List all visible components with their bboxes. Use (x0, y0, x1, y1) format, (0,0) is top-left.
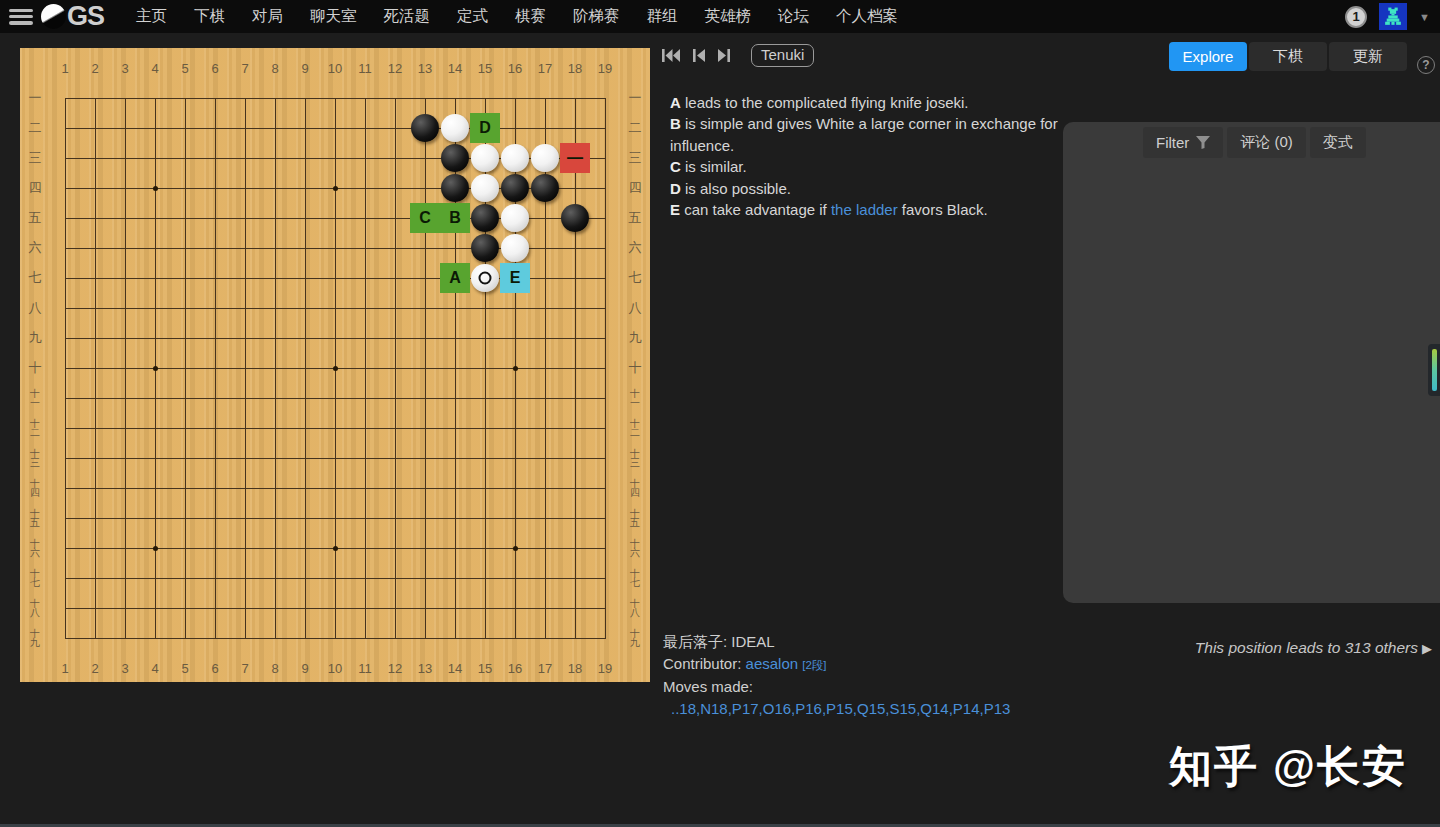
nav-menu: 主页下棋对局聊天室死活题定式棋赛阶梯赛群组英雄榜论坛个人档案 (136, 6, 898, 27)
coord-row-label: 十二 (629, 419, 641, 437)
ladder-link[interactable]: the ladder (831, 201, 898, 218)
nav-item-6[interactable]: 棋赛 (515, 6, 546, 27)
coord-row-label: 四 (629, 179, 642, 197)
coord-col-label: 19 (598, 61, 612, 76)
grid-hline (65, 398, 606, 399)
coord-col-label: 18 (568, 61, 582, 76)
star-point (333, 546, 338, 551)
coord-row-label: 六 (629, 239, 642, 257)
grid-vline (365, 98, 366, 639)
coord-row-label: 七 (629, 269, 642, 287)
coord-col-label: 8 (271, 661, 278, 676)
black-stone-O16 (441, 174, 469, 202)
coord-row-label: 三 (29, 149, 42, 167)
mini-scrollbar[interactable] (1428, 344, 1440, 396)
explanation-line-E: E can take advantage if the ladder favor… (670, 199, 1094, 220)
coord-col-label: 7 (241, 661, 248, 676)
grid-hline (65, 578, 606, 579)
coord-row-label: 十九 (29, 629, 41, 647)
coord-col-label: 12 (388, 661, 402, 676)
coord-col-label: 16 (508, 61, 522, 76)
coord-row-label: 十四 (29, 479, 41, 497)
coord-col-label: 5 (181, 661, 188, 676)
black-stone-R16 (531, 174, 559, 202)
coord-row-label: 十 (629, 359, 642, 377)
coord-col-label: 17 (538, 61, 552, 76)
coord-row-label: 一 (629, 89, 642, 107)
coord-row-label: 六 (29, 239, 42, 257)
coord-col-label: 17 (538, 661, 552, 676)
expand-arrow-icon: ▶ (1422, 641, 1432, 656)
star-point (513, 366, 518, 371)
contributor-link[interactable]: aesalon (746, 655, 799, 672)
white-stone-P13 (471, 264, 499, 292)
grid-vline (605, 98, 606, 639)
coord-row-label: 十一 (629, 389, 641, 407)
white-stone-Q14 (501, 234, 529, 262)
scrollbar-thumb (1432, 349, 1437, 391)
explanation-line-C: C is similar. (670, 156, 1094, 177)
coord-col-label: 14 (448, 661, 462, 676)
move-controls: Tenuki (662, 44, 814, 67)
coord-row-label: 八 (29, 299, 42, 317)
comments-tab[interactable]: 评论 (0) (1227, 127, 1306, 158)
panel-tabs: Filter 评论 (0) 变式 (1143, 127, 1366, 158)
nav-right-group: 1 ▼ (1345, 0, 1430, 33)
explore-button[interactable]: Explore (1169, 42, 1247, 71)
explanation-line-B: B is simple and gives White a large corn… (670, 113, 1094, 156)
coord-row-label: 十七 (29, 569, 41, 587)
coord-col-label: 3 (121, 61, 128, 76)
coord-col-label: 1 (61, 661, 68, 676)
hamburger-menu-icon[interactable] (9, 9, 33, 25)
watermark: 知乎 @长安 (1169, 738, 1407, 796)
leads-to-line[interactable]: This position leads to 313 others▶ (1195, 639, 1432, 657)
star-point (153, 546, 158, 551)
nav-item-9[interactable]: 英雄榜 (705, 6, 752, 27)
coord-col-label: 6 (211, 661, 218, 676)
coord-row-label: 二 (29, 119, 42, 137)
contributor-line: Contributor: aesalon [2段] (663, 653, 1010, 677)
variation-marker-B[interactable]: B (440, 203, 470, 233)
ogs-logo[interactable]: GS (41, 1, 104, 32)
joseki-explanation: A leads to the complicated flying knife … (670, 92, 1094, 220)
star-point (153, 186, 158, 191)
white-stone-R17 (531, 144, 559, 172)
position-info: 最后落子: IDEAL Contributor: aesalon [2段] Mo… (663, 631, 1010, 719)
nav-item-8[interactable]: 群组 (647, 6, 678, 27)
coord-row-label: 三 (629, 149, 642, 167)
variation-marker-D[interactable]: D (470, 113, 500, 143)
nav-item-4[interactable]: 死活题 (384, 6, 431, 27)
next-move-button[interactable] (718, 48, 730, 63)
grid-hline (65, 638, 606, 639)
nav-item-0[interactable]: 主页 (136, 6, 167, 27)
coord-col-label: 9 (301, 661, 308, 676)
explanation-line-D: D is also possible. (670, 178, 1094, 199)
black-stone-P15 (471, 204, 499, 232)
black-stone-N18 (411, 114, 439, 142)
coord-row-label: 十四 (629, 479, 641, 497)
coord-col-label: 16 (508, 661, 522, 676)
coord-row-label: 十六 (629, 539, 641, 557)
coord-col-label: 6 (211, 61, 218, 76)
go-stone-logo-icon (41, 4, 66, 29)
nav-item-11[interactable]: 个人档案 (836, 6, 898, 27)
user-avatar[interactable] (1379, 3, 1407, 30)
comments-panel: Filter 评论 (0) 变式 (1063, 122, 1440, 603)
logo-text: GS (67, 1, 104, 32)
coord-row-label: 十二 (29, 419, 41, 437)
coord-row-label: 二 (629, 119, 642, 137)
star-point (513, 546, 518, 551)
nav-item-5[interactable]: 定式 (457, 6, 488, 27)
top-navbar: GS 主页下棋对局聊天室死活题定式棋赛阶梯赛群组英雄榜论坛个人档案 1 ▼ (0, 0, 1440, 33)
star-point (153, 366, 158, 371)
last-move-marker (479, 272, 492, 285)
black-stone-S15 (561, 204, 589, 232)
coord-col-label: 15 (478, 661, 492, 676)
variation-marker-—[interactable]: — (560, 143, 590, 173)
contributor-rank: [2段] (802, 659, 826, 671)
coord-row-label: 十五 (29, 509, 41, 527)
skip-to-start-button[interactable] (662, 48, 680, 63)
coord-row-label: 十八 (29, 599, 41, 617)
coord-row-label: 十三 (29, 449, 41, 467)
grid-hline (65, 428, 606, 429)
star-point (333, 186, 338, 191)
coord-col-label: 5 (181, 61, 188, 76)
coord-row-label: 十一 (29, 389, 41, 407)
pixel-robot-avatar-icon (1382, 6, 1404, 28)
coord-col-label: 9 (301, 61, 308, 76)
coord-col-label: 11 (358, 661, 372, 676)
nav-item-3[interactable]: 聊天室 (310, 6, 357, 27)
moves-made-label: Moves made: (663, 676, 1010, 698)
coord-col-label: 15 (478, 61, 492, 76)
white-stone-O18 (441, 114, 469, 142)
coord-col-label: 3 (121, 661, 128, 676)
help-icon[interactable]: ? (1417, 56, 1435, 74)
coord-col-label: 7 (241, 61, 248, 76)
coord-col-label: 8 (271, 61, 278, 76)
coord-row-label: 十七 (629, 569, 641, 587)
coord-col-label: 12 (388, 61, 402, 76)
coord-row-label: 九 (629, 329, 642, 347)
coord-row-label: 八 (629, 299, 642, 317)
nav-item-7[interactable]: 阶梯赛 (573, 6, 620, 27)
coord-row-label: 十六 (29, 539, 41, 557)
grid-hline (65, 518, 606, 519)
variation-marker-C[interactable]: C (410, 203, 440, 233)
grid-vline (425, 98, 426, 639)
variation-marker-E[interactable]: E (500, 263, 530, 293)
grid-hline (65, 488, 606, 489)
tenuki-button[interactable]: Tenuki (751, 44, 814, 67)
coord-col-label: 2 (91, 661, 98, 676)
white-stone-Q15 (501, 204, 529, 232)
moves-made-link[interactable]: ..18,N18,P17,O16,P16,P15,Q15,S15,Q14,P14… (671, 700, 1010, 717)
black-stone-O17 (441, 144, 469, 172)
coord-col-label: 18 (568, 661, 582, 676)
last-move-category: 最后落子: IDEAL (663, 631, 1010, 653)
coord-row-label: 七 (29, 269, 42, 287)
coord-col-label: 11 (358, 61, 372, 76)
grid-hline (65, 458, 606, 459)
chevron-down-icon[interactable]: ▼ (1419, 11, 1430, 23)
black-stone-P14 (471, 234, 499, 262)
coord-row-label: 九 (29, 329, 42, 347)
update-button[interactable]: 更新 (1329, 42, 1407, 71)
coord-col-label: 13 (418, 661, 432, 676)
coord-row-label: 四 (29, 179, 42, 197)
grid-vline (395, 98, 396, 639)
nav-item-10[interactable]: 论坛 (778, 6, 809, 27)
coord-col-label: 10 (328, 661, 342, 676)
notification-badge[interactable]: 1 (1345, 6, 1367, 28)
funnel-icon (1196, 136, 1210, 149)
coord-row-label: 十五 (629, 509, 641, 527)
coord-col-label: 1 (61, 61, 68, 76)
coord-row-label: 十三 (629, 449, 641, 467)
coord-col-label: 13 (418, 61, 432, 76)
nav-item-1[interactable]: 下棋 (194, 6, 225, 27)
coord-row-label: 五 (629, 209, 642, 227)
white-stone-P16 (471, 174, 499, 202)
go-board[interactable]: 1122334455667788991010111112121313141415… (20, 48, 650, 682)
filter-button[interactable]: Filter (1143, 127, 1223, 158)
mode-buttons: Explore 下棋 更新 (1169, 42, 1407, 71)
white-stone-P17 (471, 144, 499, 172)
white-stone-Q17 (501, 144, 529, 172)
coord-row-label: 五 (29, 209, 42, 227)
star-point (333, 366, 338, 371)
grid-hline (65, 608, 606, 609)
variations-tab[interactable]: 变式 (1310, 127, 1366, 158)
coord-col-label: 2 (91, 61, 98, 76)
coord-col-label: 10 (328, 61, 342, 76)
grid-vline (575, 98, 576, 639)
coord-row-label: 十八 (629, 599, 641, 617)
filter-label: Filter (1156, 134, 1189, 151)
coord-col-label: 14 (448, 61, 462, 76)
coord-col-label: 19 (598, 661, 612, 676)
explanation-line-A: A leads to the complicated flying knife … (670, 92, 1094, 113)
coord-row-label: 十 (29, 359, 42, 377)
coord-row-label: 十九 (629, 629, 641, 647)
coord-row-label: 一 (29, 89, 42, 107)
play-button[interactable]: 下棋 (1249, 42, 1327, 71)
coord-col-label: 4 (151, 661, 158, 676)
variation-marker-A[interactable]: A (440, 263, 470, 293)
coord-col-label: 4 (151, 61, 158, 76)
nav-item-2[interactable]: 对局 (252, 6, 283, 27)
black-stone-Q16 (501, 174, 529, 202)
previous-move-button[interactable] (693, 48, 705, 63)
